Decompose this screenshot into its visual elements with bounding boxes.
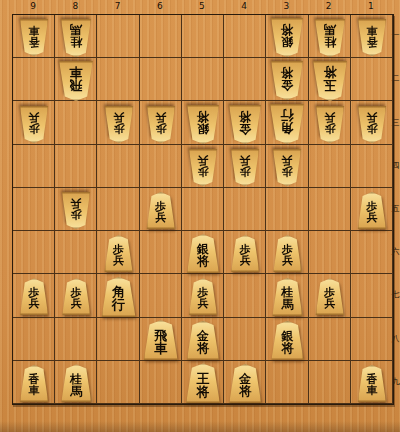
file-label-2: 2 [308,0,350,14]
koma-face: 歩兵 [61,278,91,315]
square-6-9[interactable] [140,361,182,404]
koma-face: 玉将 [312,61,348,101]
koma-face: 銀将 [186,105,220,144]
gote-pawn[interactable]: 歩兵 [188,149,218,186]
sente-pawn[interactable]: 歩兵 [19,278,49,315]
square-3-9[interactable] [266,361,308,404]
sente-gold[interactable]: 金将 [186,321,220,360]
square-1-8[interactable] [351,318,393,361]
square-9-4[interactable] [13,145,55,188]
koma-face: 銀将 [186,234,220,273]
koma-face: 歩兵 [230,235,260,272]
koma-face: 銀将 [270,18,304,57]
koma-face: 香車 [357,19,387,56]
square-1-7[interactable] [351,274,393,317]
sente-silver[interactable]: 銀将 [186,234,220,273]
koma-face: 香車 [19,19,49,56]
sente-pawn[interactable]: 歩兵 [357,192,387,229]
gote-silver[interactable]: 銀将 [270,18,304,57]
sente-pawn[interactable]: 歩兵 [146,192,176,229]
koma-face: 桂馬 [314,19,346,57]
file-label-3: 3 [265,0,307,14]
gote-lance[interactable]: 香車 [357,19,387,56]
sente-silver[interactable]: 銀将 [270,321,304,360]
sente-pawn[interactable]: 歩兵 [315,278,345,315]
square-8-6[interactable] [55,231,97,274]
koma-face: 金将 [186,321,220,360]
koma-face: 歩兵 [188,278,218,315]
square-9-8[interactable] [13,318,55,361]
koma-face: 金将 [228,105,262,144]
shogi-board-screenshot: 987654321 一二三四五六七八九 香車桂馬銀将桂馬香車飛車金将玉将歩兵歩兵… [0,0,400,432]
sente-pawn[interactable]: 歩兵 [188,278,218,315]
koma-face: 歩兵 [61,192,91,229]
sente-knight[interactable]: 桂馬 [60,364,92,402]
koma-face: 銀将 [270,321,304,360]
file-label-4: 4 [223,0,265,14]
koma-face: 歩兵 [272,149,302,186]
koma-face: 飛車 [143,320,179,360]
koma-face: 金将 [270,61,304,100]
gote-gold[interactable]: 金将 [228,105,262,144]
square-4-2[interactable] [224,58,266,101]
square-8-8[interactable] [55,318,97,361]
sente-knight[interactable]: 桂馬 [271,278,303,316]
gote-silver[interactable]: 銀将 [186,105,220,144]
gote-king[interactable]: 玉将 [312,61,348,101]
koma-face: 香車 [19,365,49,402]
shogi-board: 香車桂馬銀将桂馬香車飛車金将玉将歩兵歩兵歩兵銀将金将角行歩兵歩兵歩兵歩兵歩兵歩兵… [12,14,394,405]
square-7-1[interactable] [97,15,139,58]
square-7-9[interactable] [97,361,139,404]
square-4-8[interactable] [224,318,266,361]
sente-lance[interactable]: 香車 [19,365,49,402]
square-4-1[interactable] [224,15,266,58]
gote-rook[interactable]: 飛車 [58,61,94,101]
square-1-6[interactable] [351,231,393,274]
file-label-1: 1 [350,0,392,14]
gote-lance[interactable]: 香車 [19,19,49,56]
square-7-5[interactable] [97,188,139,231]
square-6-1[interactable] [140,15,182,58]
sente-lance[interactable]: 香車 [357,365,387,402]
sente-rook[interactable]: 飛車 [143,320,179,360]
square-6-2[interactable] [140,58,182,101]
file-label-5: 5 [181,0,223,14]
gote-gold[interactable]: 金将 [270,61,304,100]
koma-face: 歩兵 [315,278,345,315]
file-label-6: 6 [139,0,181,14]
square-6-4[interactable] [140,145,182,188]
square-9-5[interactable] [13,188,55,231]
sente-pawn[interactable]: 歩兵 [61,278,91,315]
koma-face: 歩兵 [357,106,387,143]
file-coordinate-labels: 987654321 [12,0,392,14]
square-7-4[interactable] [97,145,139,188]
square-8-4[interactable] [55,145,97,188]
sente-bishop[interactable]: 角行 [101,277,137,317]
sente-pawn[interactable]: 歩兵 [272,235,302,272]
square-9-6[interactable] [13,231,55,274]
sente-gold[interactable]: 金将 [228,364,262,403]
gote-pawn[interactable]: 歩兵 [315,106,345,143]
gote-pawn[interactable]: 歩兵 [146,106,176,143]
file-label-8: 8 [54,0,96,14]
koma-face: 歩兵 [104,106,134,143]
koma-face: 角行 [269,104,305,144]
square-2-5[interactable] [309,188,351,231]
koma-face: 香車 [357,365,387,402]
square-1-4[interactable] [351,145,393,188]
sente-pawn[interactable]: 歩兵 [104,235,134,272]
gote-bishop[interactable]: 角行 [269,104,305,144]
koma-face: 飛車 [58,61,94,101]
square-2-4[interactable] [309,145,351,188]
square-5-2[interactable] [182,58,224,101]
gote-pawn[interactable]: 歩兵 [19,106,49,143]
square-4-5[interactable] [224,188,266,231]
gote-knight[interactable]: 桂馬 [60,19,92,57]
square-4-7[interactable] [224,274,266,317]
square-6-7[interactable] [140,274,182,317]
file-label-7: 7 [96,0,138,14]
koma-face: 金将 [228,364,262,403]
square-2-6[interactable] [309,231,351,274]
square-5-1[interactable] [182,15,224,58]
koma-face: 歩兵 [188,149,218,186]
sente-pawn[interactable]: 歩兵 [230,235,260,272]
koma-face: 歩兵 [146,192,176,229]
koma-face: 桂馬 [271,278,303,316]
square-5-5[interactable] [182,188,224,231]
koma-face: 角行 [101,277,137,317]
square-2-9[interactable] [309,361,351,404]
koma-face: 桂馬 [60,364,92,402]
square-7-2[interactable] [97,58,139,101]
square-9-2[interactable] [13,58,55,101]
square-1-2[interactable] [351,58,393,101]
koma-face: 歩兵 [315,106,345,143]
gote-pawn[interactable]: 歩兵 [61,192,91,229]
koma-face: 歩兵 [19,106,49,143]
sente-king[interactable]: 王将 [185,363,221,403]
koma-face: 歩兵 [19,278,49,315]
koma-face: 歩兵 [146,106,176,143]
koma-face: 桂馬 [60,19,92,57]
square-3-5[interactable] [266,188,308,231]
square-2-8[interactable] [309,318,351,361]
koma-face: 王将 [185,363,221,403]
koma-face: 歩兵 [230,149,260,186]
file-label-9: 9 [12,0,54,14]
gote-pawn[interactable]: 歩兵 [230,149,260,186]
square-7-8[interactable] [97,318,139,361]
gote-pawn[interactable]: 歩兵 [104,106,134,143]
koma-face: 歩兵 [272,235,302,272]
gote-pawn[interactable]: 歩兵 [357,106,387,143]
gote-pawn[interactable]: 歩兵 [272,149,302,186]
koma-face: 歩兵 [104,235,134,272]
square-6-6[interactable] [140,231,182,274]
koma-face: 歩兵 [357,192,387,229]
square-8-3[interactable] [55,101,97,144]
gote-knight[interactable]: 桂馬 [314,19,346,57]
